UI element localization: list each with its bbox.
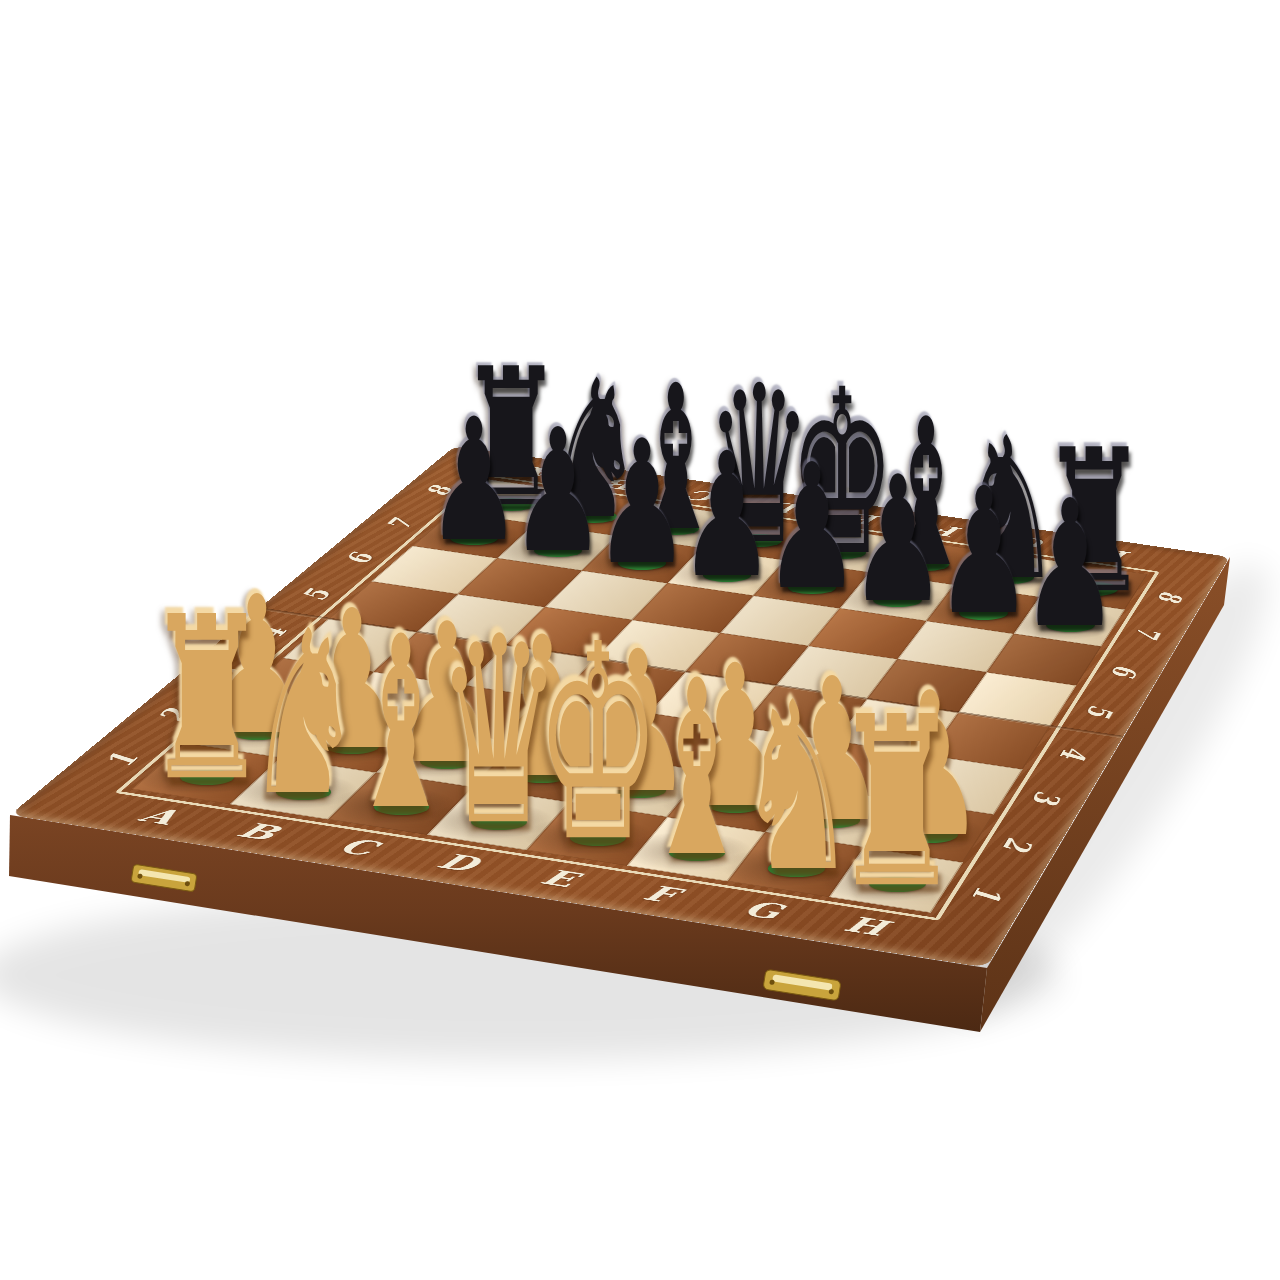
rank-label-left-7: 7 <box>377 517 421 530</box>
file-label-far-f: F <box>932 522 966 540</box>
file-label-far-d: D <box>765 499 805 517</box>
file-label-far-b: B <box>603 475 644 493</box>
file-label-near-d: D <box>431 848 485 876</box>
rank-label-left-3: 3 <box>198 665 248 681</box>
chess-set-photo: AABBCCDDEEFFGGHH1122334455667788 ♜♞♝♟♛♟♚… <box>0 0 1280 1280</box>
rank-label-left-5: 5 <box>292 588 339 603</box>
rank-label-left-8: 8 <box>417 484 460 497</box>
rank-label-right-2: 2 <box>993 835 1041 853</box>
file-label-near-g: G <box>738 895 789 923</box>
file-label-far-g: G <box>1013 534 1051 553</box>
file-label-far-c: C <box>685 487 724 505</box>
file-label-near-e: E <box>535 864 584 891</box>
file-label-near-f: F <box>638 880 684 907</box>
file-label-far-a: A <box>523 464 563 481</box>
rank-label-left-6: 6 <box>336 552 382 566</box>
rank-label-left-2: 2 <box>148 707 200 724</box>
file-label-far-h: H <box>1094 545 1134 564</box>
rank-label-left-4: 4 <box>246 625 294 640</box>
rank-label-left-1: 1 <box>94 751 147 769</box>
rank-label-right-4: 4 <box>1051 745 1096 762</box>
rank-label-right-3: 3 <box>1023 789 1070 806</box>
rank-label-right-7: 7 <box>1127 626 1169 641</box>
rank-label-right-6: 6 <box>1102 663 1145 678</box>
rank-label-right-1: 1 <box>962 884 1012 903</box>
file-label-near-a: A <box>132 803 186 829</box>
file-label-near-c: C <box>332 833 384 860</box>
rank-label-right-5: 5 <box>1077 703 1121 719</box>
rank-label-right-8: 8 <box>1149 590 1190 604</box>
file-label-near-b: B <box>231 818 286 845</box>
file-label-far-e: E <box>849 510 885 528</box>
file-label-near-h: H <box>839 911 892 940</box>
